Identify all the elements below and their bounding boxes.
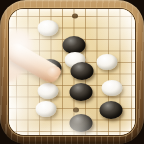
black-stone — [70, 114, 93, 132]
white-stone — [36, 101, 57, 117]
white-stone — [38, 20, 59, 36]
go-app-icon — [0, 0, 144, 144]
black-stone — [100, 101, 123, 119]
star-point — [72, 14, 78, 19]
black-stone — [39, 59, 62, 77]
go-board[interactable] — [9, 9, 135, 135]
star-point — [73, 108, 79, 113]
white-stone — [38, 83, 59, 99]
black-stone — [70, 83, 93, 101]
black-stone — [71, 62, 94, 80]
white-stone — [97, 54, 118, 70]
white-stone — [102, 80, 123, 96]
